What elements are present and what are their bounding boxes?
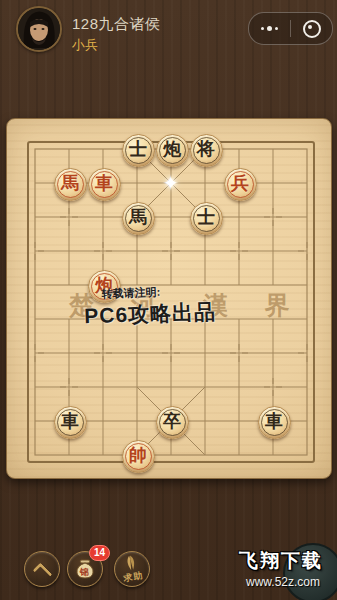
- piece-black-炮[interactable]: 炮: [156, 134, 189, 167]
- more-button[interactable]: [249, 13, 290, 44]
- more-icon: [261, 26, 278, 31]
- help-label: 求助: [118, 568, 150, 586]
- expand-button[interactable]: [24, 551, 60, 587]
- hint-bag-char: 锦: [80, 566, 89, 579]
- piece-black-馬[interactable]: 馬: [122, 202, 155, 235]
- piece-black-卒[interactable]: 卒: [156, 406, 189, 439]
- avatar-portrait: [18, 8, 60, 50]
- piece-black-車[interactable]: 車: [54, 406, 87, 439]
- level-title: 128九合诸侯: [72, 15, 161, 34]
- exit-button[interactable]: [291, 13, 332, 44]
- xiangqi-board-panel: 楚 河 漢 界 士炮将馬車兵馬士炮車卒車帥✦: [6, 118, 332, 479]
- site-watermark-title: 飞翔下载: [239, 548, 323, 574]
- hint-count-badge: 14: [89, 545, 110, 561]
- piece-red-兵[interactable]: 兵: [224, 168, 257, 201]
- piece-black-将[interactable]: 将: [190, 134, 223, 167]
- piece-red-車[interactable]: 車: [88, 168, 121, 201]
- hint-bag-button[interactable]: 锦 14: [67, 551, 103, 587]
- exit-icon: [303, 20, 321, 38]
- piece-black-車[interactable]: 車: [258, 406, 291, 439]
- chevron-up-icon: [32, 562, 52, 582]
- piece-red-炮[interactable]: 炮: [88, 270, 121, 303]
- hint-bag-icon: 锦: [74, 558, 96, 580]
- avatar[interactable]: [16, 6, 62, 52]
- board-grid[interactable]: 士炮将馬車兵馬士炮車卒車帥✦: [18, 132, 324, 472]
- piece-red-馬[interactable]: 馬: [54, 168, 87, 201]
- help-button[interactable]: 求助: [114, 551, 150, 587]
- site-watermark-url: www.52z.com: [246, 575, 320, 589]
- piece-red-帥[interactable]: 帥: [122, 440, 155, 473]
- sparkle-effect: ✦: [154, 166, 188, 200]
- player-name: 小兵: [72, 36, 98, 54]
- miniprogram-capsule: [248, 12, 333, 45]
- piece-black-士[interactable]: 士: [122, 134, 155, 167]
- piece-black-士[interactable]: 士: [190, 202, 223, 235]
- xiangqi-app: 128九合诸侯 小兵 楚 河 漢 界 士炮将馬車兵馬士炮車卒車帥✦ 转载请注明:…: [0, 0, 337, 600]
